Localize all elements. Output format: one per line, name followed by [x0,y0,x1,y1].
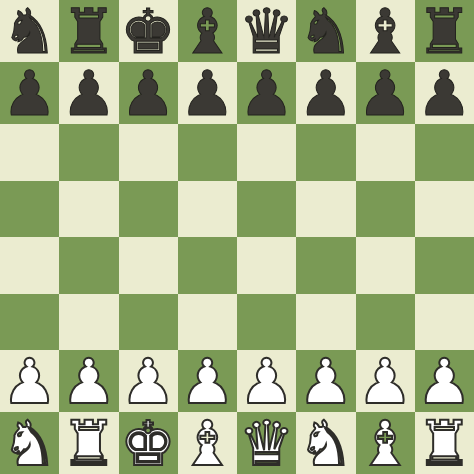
black-pawn[interactable]: ♟ [298,63,354,125]
square-d3[interactable] [178,294,237,351]
white-pawn[interactable]: ♟ [298,351,354,413]
square-b6[interactable] [59,124,118,181]
square-d7[interactable]: ♟ [178,62,237,124]
square-a4[interactable] [0,237,59,294]
square-a2[interactable]: ♟ [0,350,59,412]
black-knight[interactable]: ♞ [298,1,354,63]
square-e8[interactable]: ♛ [237,0,296,62]
square-e6[interactable] [237,124,296,181]
square-b2[interactable]: ♟ [59,350,118,412]
black-knight[interactable]: ♞ [2,1,58,63]
square-c7[interactable]: ♟ [119,62,178,124]
square-a8[interactable]: ♞ [0,0,59,62]
black-pawn[interactable]: ♟ [180,63,236,125]
square-f1[interactable]: ♞ [296,412,355,474]
white-rook[interactable]: ♜ [417,413,473,474]
square-a5[interactable] [0,181,59,238]
white-pawn[interactable]: ♟ [120,351,176,413]
square-b7[interactable]: ♟ [59,62,118,124]
square-e7[interactable]: ♟ [237,62,296,124]
square-e4[interactable] [237,237,296,294]
square-h3[interactable] [415,294,474,351]
square-d4[interactable] [178,237,237,294]
square-c2[interactable]: ♟ [119,350,178,412]
white-pawn[interactable]: ♟ [357,351,413,413]
square-f4[interactable] [296,237,355,294]
white-pawn[interactable]: ♟ [417,351,473,413]
square-d8[interactable]: ♝ [178,0,237,62]
square-g4[interactable] [356,237,415,294]
white-bishop[interactable]: ♝ [180,413,236,474]
white-pawn[interactable]: ♟ [61,351,117,413]
square-f8[interactable]: ♞ [296,0,355,62]
square-f3[interactable] [296,294,355,351]
square-c4[interactable] [119,237,178,294]
square-b3[interactable] [59,294,118,351]
square-d5[interactable] [178,181,237,238]
black-king[interactable]: ♚ [120,1,176,63]
square-h5[interactable] [415,181,474,238]
white-king[interactable]: ♚ [120,413,176,474]
square-h1[interactable]: ♜ [415,412,474,474]
square-a3[interactable] [0,294,59,351]
square-e2[interactable]: ♟ [237,350,296,412]
square-c6[interactable] [119,124,178,181]
square-a7[interactable]: ♟ [0,62,59,124]
white-knight[interactable]: ♞ [2,413,58,474]
square-h2[interactable]: ♟ [415,350,474,412]
square-a6[interactable] [0,124,59,181]
square-g8[interactable]: ♝ [356,0,415,62]
square-g2[interactable]: ♟ [356,350,415,412]
white-pawn[interactable]: ♟ [2,351,58,413]
square-e5[interactable] [237,181,296,238]
black-pawn[interactable]: ♟ [357,63,413,125]
black-queen[interactable]: ♛ [239,1,295,63]
square-h8[interactable]: ♜ [415,0,474,62]
white-bishop[interactable]: ♝ [357,413,413,474]
square-e1[interactable]: ♛ [237,412,296,474]
square-g1[interactable]: ♝ [356,412,415,474]
square-c3[interactable] [119,294,178,351]
black-pawn[interactable]: ♟ [2,63,58,125]
square-b4[interactable] [59,237,118,294]
square-f6[interactable] [296,124,355,181]
square-d6[interactable] [178,124,237,181]
square-h4[interactable] [415,237,474,294]
chess-board: ♞♜♚♝♛♞♝♜♟♟♟♟♟♟♟♟♟♟♟♟♟♟♟♟♞♜♚♝♛♞♝♜ [0,0,474,474]
square-h7[interactable]: ♟ [415,62,474,124]
black-pawn[interactable]: ♟ [417,63,473,125]
square-a1[interactable]: ♞ [0,412,59,474]
square-b1[interactable]: ♜ [59,412,118,474]
square-f2[interactable]: ♟ [296,350,355,412]
square-d2[interactable]: ♟ [178,350,237,412]
white-queen[interactable]: ♛ [239,413,295,474]
square-g6[interactable] [356,124,415,181]
square-h6[interactable] [415,124,474,181]
black-rook[interactable]: ♜ [61,1,117,63]
square-c1[interactable]: ♚ [119,412,178,474]
white-knight[interactable]: ♞ [298,413,354,474]
black-rook[interactable]: ♜ [417,1,473,63]
square-g3[interactable] [356,294,415,351]
square-g7[interactable]: ♟ [356,62,415,124]
black-bishop[interactable]: ♝ [180,1,236,63]
square-e3[interactable] [237,294,296,351]
square-f7[interactable]: ♟ [296,62,355,124]
black-pawn[interactable]: ♟ [120,63,176,125]
square-b8[interactable]: ♜ [59,0,118,62]
black-bishop[interactable]: ♝ [357,1,413,63]
black-pawn[interactable]: ♟ [239,63,295,125]
square-b5[interactable] [59,181,118,238]
white-pawn[interactable]: ♟ [180,351,236,413]
square-f5[interactable] [296,181,355,238]
square-c5[interactable] [119,181,178,238]
white-pawn[interactable]: ♟ [239,351,295,413]
square-d1[interactable]: ♝ [178,412,237,474]
white-rook[interactable]: ♜ [61,413,117,474]
square-g5[interactable] [356,181,415,238]
black-pawn[interactable]: ♟ [61,63,117,125]
square-c8[interactable]: ♚ [119,0,178,62]
